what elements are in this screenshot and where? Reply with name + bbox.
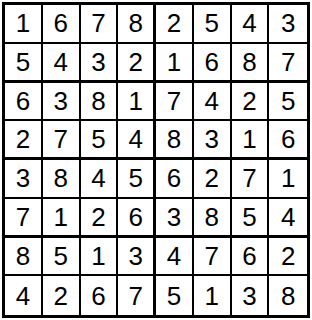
cell-r3c3[interactable]: 8 <box>81 83 119 122</box>
cell-r4c1[interactable]: 2 <box>5 121 43 160</box>
cell-r1c5[interactable]: 2 <box>156 5 194 44</box>
cell-r4c2[interactable]: 7 <box>43 121 81 160</box>
cell-r4c4[interactable]: 4 <box>118 121 156 160</box>
cell-r6c1[interactable]: 7 <box>5 199 43 238</box>
cell-r5c6[interactable]: 2 <box>194 160 232 199</box>
cell-r2c1[interactable]: 5 <box>5 44 43 83</box>
cell-r4c6[interactable]: 3 <box>194 121 232 160</box>
cell-r1c1[interactable]: 1 <box>5 5 43 44</box>
cell-r5c3[interactable]: 4 <box>81 160 119 199</box>
cell-r3c5[interactable]: 7 <box>156 83 194 122</box>
cell-r1c3[interactable]: 7 <box>81 5 119 44</box>
cell-r2c3[interactable]: 3 <box>81 44 119 83</box>
cell-r6c3[interactable]: 2 <box>81 199 119 238</box>
cell-r7c7[interactable]: 6 <box>232 238 270 277</box>
cell-r1c4[interactable]: 8 <box>118 5 156 44</box>
cell-r7c3[interactable]: 1 <box>81 238 119 277</box>
cell-r3c2[interactable]: 3 <box>43 83 81 122</box>
cell-r5c7[interactable]: 7 <box>232 160 270 199</box>
sudoku-board: 1678254354321687638174252754831638456271… <box>2 2 310 318</box>
cell-r2c2[interactable]: 4 <box>43 44 81 83</box>
cell-r5c4[interactable]: 5 <box>118 160 156 199</box>
cell-r8c6[interactable]: 1 <box>194 276 232 315</box>
cell-r3c7[interactable]: 2 <box>232 83 270 122</box>
cell-r8c8[interactable]: 8 <box>269 276 307 315</box>
cell-r8c4[interactable]: 7 <box>118 276 156 315</box>
cell-r5c1[interactable]: 3 <box>5 160 43 199</box>
cell-r3c1[interactable]: 6 <box>5 83 43 122</box>
cell-r2c6[interactable]: 6 <box>194 44 232 83</box>
cell-r3c6[interactable]: 4 <box>194 83 232 122</box>
cell-r8c2[interactable]: 2 <box>43 276 81 315</box>
cell-r7c2[interactable]: 5 <box>43 238 81 277</box>
cell-r2c8[interactable]: 7 <box>269 44 307 83</box>
cell-r6c2[interactable]: 1 <box>43 199 81 238</box>
cell-r4c3[interactable]: 5 <box>81 121 119 160</box>
cell-r2c4[interactable]: 2 <box>118 44 156 83</box>
cell-r6c5[interactable]: 3 <box>156 199 194 238</box>
cell-r1c2[interactable]: 6 <box>43 5 81 44</box>
cell-r3c8[interactable]: 5 <box>269 83 307 122</box>
cell-r2c5[interactable]: 1 <box>156 44 194 83</box>
cell-r4c5[interactable]: 8 <box>156 121 194 160</box>
cell-r5c8[interactable]: 1 <box>269 160 307 199</box>
cell-r8c1[interactable]: 4 <box>5 276 43 315</box>
cell-r8c3[interactable]: 6 <box>81 276 119 315</box>
cell-r6c6[interactable]: 8 <box>194 199 232 238</box>
cell-r1c7[interactable]: 4 <box>232 5 270 44</box>
cell-r7c1[interactable]: 8 <box>5 238 43 277</box>
cell-r7c5[interactable]: 4 <box>156 238 194 277</box>
cell-r8c7[interactable]: 3 <box>232 276 270 315</box>
cell-r6c7[interactable]: 5 <box>232 199 270 238</box>
cell-r8c5[interactable]: 5 <box>156 276 194 315</box>
cell-r4c7[interactable]: 1 <box>232 121 270 160</box>
cell-r7c6[interactable]: 7 <box>194 238 232 277</box>
cell-r7c8[interactable]: 2 <box>269 238 307 277</box>
cell-r2c7[interactable]: 8 <box>232 44 270 83</box>
cell-r1c6[interactable]: 5 <box>194 5 232 44</box>
cell-r6c8[interactable]: 4 <box>269 199 307 238</box>
cell-r5c5[interactable]: 6 <box>156 160 194 199</box>
cell-r7c4[interactable]: 3 <box>118 238 156 277</box>
cell-r1c8[interactable]: 3 <box>269 5 307 44</box>
cell-r3c4[interactable]: 1 <box>118 83 156 122</box>
cell-r4c8[interactable]: 6 <box>269 121 307 160</box>
cell-r5c2[interactable]: 8 <box>43 160 81 199</box>
cell-r6c4[interactable]: 6 <box>118 199 156 238</box>
